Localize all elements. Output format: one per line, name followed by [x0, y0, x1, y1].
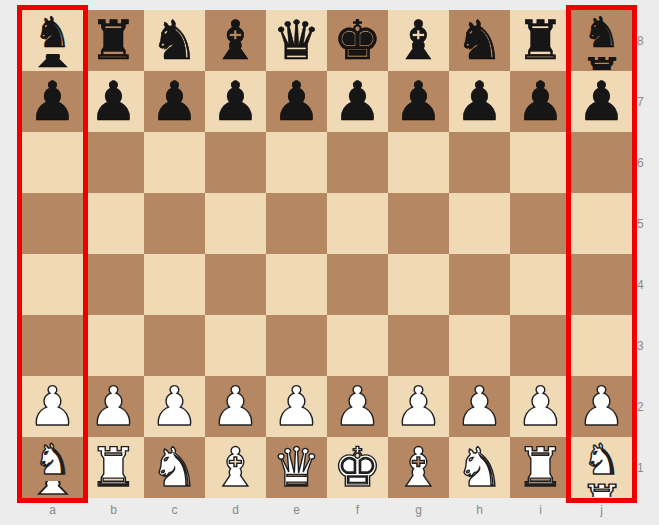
- piece-black-pawn[interactable]: ♟: [510, 71, 571, 132]
- piece-black-pawn[interactable]: ♟: [327, 71, 388, 132]
- knight-head-icon: ♞: [22, 439, 83, 481]
- square-c8[interactable]: ♞: [144, 10, 205, 71]
- piece-white-pawn[interactable]: ♟: [388, 376, 449, 437]
- piece-black-pawn[interactable]: ♟: [266, 71, 327, 132]
- piece-white-pawn[interactable]: ♟: [266, 376, 327, 437]
- square-i3[interactable]: [510, 315, 571, 376]
- file-label-j: j: [571, 501, 632, 519]
- square-j6[interactable]: [571, 132, 632, 193]
- rank-label-5: 5: [637, 193, 657, 254]
- piece-white-knight[interactable]: ♞: [449, 437, 510, 498]
- square-d8[interactable]: ♝: [205, 10, 266, 71]
- pawn-icon: ♟: [455, 380, 503, 434]
- rook-icon: ♜: [516, 441, 564, 495]
- square-c5[interactable]: [144, 193, 205, 254]
- square-j1[interactable]: ♜♞: [571, 437, 632, 498]
- pawn-icon: ♟: [516, 380, 564, 434]
- square-a7[interactable]: ♟: [22, 71, 83, 132]
- piece-white-rook[interactable]: ♜: [510, 437, 571, 498]
- pawn-icon: ♟: [333, 75, 381, 129]
- square-g4[interactable]: [388, 254, 449, 315]
- rank-coordinate-labels: 87654321: [637, 10, 657, 498]
- square-h6[interactable]: [449, 132, 510, 193]
- piece-white-pawn[interactable]: ♟: [449, 376, 510, 437]
- piece-black-knight[interactable]: ♞: [449, 10, 510, 71]
- square-c1[interactable]: ♞: [144, 437, 205, 498]
- square-a1[interactable]: ♝♞: [22, 437, 83, 498]
- square-b3[interactable]: [83, 315, 144, 376]
- pawn-icon: ♟: [150, 75, 198, 129]
- pawn-icon: ♟: [150, 380, 198, 434]
- square-g7[interactable]: ♟: [388, 71, 449, 132]
- piece-black-rook[interactable]: ♜: [510, 10, 571, 71]
- square-g2[interactable]: ♟: [388, 376, 449, 437]
- file-label-a: a: [22, 501, 83, 519]
- square-j3[interactable]: [571, 315, 632, 376]
- square-c7[interactable]: ♟: [144, 71, 205, 132]
- bishop-icon: ♝: [394, 14, 442, 68]
- square-a6[interactable]: [22, 132, 83, 193]
- piece-black-archbishop[interactable]: ♝♞: [22, 10, 83, 71]
- square-b8[interactable]: ♜: [83, 10, 144, 71]
- piece-black-pawn[interactable]: ♟: [449, 71, 510, 132]
- square-e1[interactable]: ♛: [266, 437, 327, 498]
- square-h7[interactable]: ♟: [449, 71, 510, 132]
- piece-black-pawn[interactable]: ♟: [22, 71, 83, 132]
- pawn-icon: ♟: [455, 75, 503, 129]
- file-coordinate-labels: abcdefghij: [22, 501, 632, 519]
- square-a3[interactable]: [22, 315, 83, 376]
- piece-white-pawn[interactable]: ♟: [22, 376, 83, 437]
- square-d7[interactable]: ♟: [205, 71, 266, 132]
- chess-board: ♝♞♜♞♝♛♚♝♞♜♜♞♟♟♟♟♟♟♟♟♟♟♟♟♟♟♟♟♟♟♟♟♝♞♜♞♝♛♚♝…: [22, 10, 632, 498]
- square-f6[interactable]: [327, 132, 388, 193]
- square-e5[interactable]: [266, 193, 327, 254]
- square-i1[interactable]: ♜: [510, 437, 571, 498]
- pawn-icon: ♟: [272, 380, 320, 434]
- square-g3[interactable]: [388, 315, 449, 376]
- square-a5[interactable]: [22, 193, 83, 254]
- square-d3[interactable]: [205, 315, 266, 376]
- pawn-icon: ♟: [577, 380, 625, 434]
- piece-black-pawn[interactable]: ♟: [83, 71, 144, 132]
- square-b7[interactable]: ♟: [83, 71, 144, 132]
- square-d5[interactable]: [205, 193, 266, 254]
- rook-icon: ♜: [89, 441, 137, 495]
- square-c3[interactable]: [144, 315, 205, 376]
- piece-white-pawn[interactable]: ♟: [571, 376, 632, 437]
- square-i2[interactable]: ♟: [510, 376, 571, 437]
- rank-label-2: 2: [637, 376, 657, 437]
- file-label-h: h: [449, 501, 510, 519]
- piece-white-rook[interactable]: ♜: [83, 437, 144, 498]
- knight-icon: ♞: [455, 14, 503, 68]
- square-e7[interactable]: ♟: [266, 71, 327, 132]
- rank-label-1: 1: [637, 437, 657, 498]
- square-i5[interactable]: [510, 193, 571, 254]
- pawn-icon: ♟: [89, 75, 137, 129]
- square-g5[interactable]: [388, 193, 449, 254]
- file-label-g: g: [388, 501, 449, 519]
- square-b4[interactable]: [83, 254, 144, 315]
- rank-label-6: 6: [637, 132, 657, 193]
- square-e2[interactable]: ♟: [266, 376, 327, 437]
- square-h2[interactable]: ♟: [449, 376, 510, 437]
- square-i8[interactable]: ♜: [510, 10, 571, 71]
- piece-black-king[interactable]: ♚: [327, 10, 388, 71]
- square-h8[interactable]: ♞: [449, 10, 510, 71]
- piece-black-rook[interactable]: ♜: [83, 10, 144, 71]
- square-b6[interactable]: [83, 132, 144, 193]
- pawn-icon: ♟: [516, 75, 564, 129]
- piece-black-pawn[interactable]: ♟: [144, 71, 205, 132]
- knight-head-icon: ♞: [571, 439, 632, 481]
- square-e3[interactable]: [266, 315, 327, 376]
- piece-black-pawn[interactable]: ♟: [388, 71, 449, 132]
- piece-black-pawn[interactable]: ♟: [571, 71, 632, 132]
- square-f1[interactable]: ♚: [327, 437, 388, 498]
- file-label-b: b: [83, 501, 144, 519]
- rook-icon: ♜: [89, 14, 137, 68]
- square-f8[interactable]: ♚: [327, 10, 388, 71]
- board-background: ♝♞♜♞♝♛♚♝♞♜♜♞♟♟♟♟♟♟♟♟♟♟♟♟♟♟♟♟♟♟♟♟♝♞♜♞♝♛♚♝…: [0, 0, 659, 525]
- square-g1[interactable]: ♝: [388, 437, 449, 498]
- piece-white-pawn[interactable]: ♟: [327, 376, 388, 437]
- piece-white-bishop[interactable]: ♝: [205, 437, 266, 498]
- rank-label-4: 4: [637, 254, 657, 315]
- pawn-icon: ♟: [272, 75, 320, 129]
- bishop-icon: ♝: [394, 441, 442, 495]
- rank-label-8: 8: [637, 10, 657, 71]
- piece-white-knight[interactable]: ♞: [144, 437, 205, 498]
- pawn-icon: ♟: [211, 380, 259, 434]
- square-a8[interactable]: ♝♞: [22, 10, 83, 71]
- pawn-icon: ♟: [28, 75, 76, 129]
- pawn-icon: ♟: [577, 75, 625, 129]
- square-d6[interactable]: [205, 132, 266, 193]
- square-b5[interactable]: [83, 193, 144, 254]
- square-d4[interactable]: [205, 254, 266, 315]
- piece-black-bishop[interactable]: ♝: [205, 10, 266, 71]
- piece-white-archbishop[interactable]: ♝♞: [22, 437, 83, 498]
- square-f2[interactable]: ♟: [327, 376, 388, 437]
- knight-icon: ♞: [455, 441, 503, 495]
- queen-icon: ♛: [272, 441, 320, 495]
- square-h5[interactable]: [449, 193, 510, 254]
- king-icon: ♚: [333, 14, 381, 68]
- square-j8[interactable]: ♜♞: [571, 10, 632, 71]
- pawn-icon: ♟: [89, 380, 137, 434]
- square-e6[interactable]: [266, 132, 327, 193]
- square-j7[interactable]: ♟: [571, 71, 632, 132]
- square-d1[interactable]: ♝: [205, 437, 266, 498]
- knight-icon: ♞: [150, 441, 198, 495]
- pawn-icon: ♟: [394, 75, 442, 129]
- square-j5[interactable]: [571, 193, 632, 254]
- rook-icon: ♜: [516, 14, 564, 68]
- piece-black-knight[interactable]: ♞: [144, 10, 205, 71]
- square-b1[interactable]: ♜: [83, 437, 144, 498]
- pawn-icon: ♟: [333, 380, 381, 434]
- square-c2[interactable]: ♟: [144, 376, 205, 437]
- file-label-c: c: [144, 501, 205, 519]
- square-e8[interactable]: ♛: [266, 10, 327, 71]
- square-f7[interactable]: ♟: [327, 71, 388, 132]
- piece-white-queen[interactable]: ♛: [266, 437, 327, 498]
- square-g8[interactable]: ♝: [388, 10, 449, 71]
- square-i6[interactable]: [510, 132, 571, 193]
- square-f5[interactable]: [327, 193, 388, 254]
- square-j4[interactable]: [571, 254, 632, 315]
- square-c4[interactable]: [144, 254, 205, 315]
- file-label-f: f: [327, 501, 388, 519]
- piece-white-pawn[interactable]: ♟: [83, 376, 144, 437]
- square-h1[interactable]: ♞: [449, 437, 510, 498]
- piece-white-king[interactable]: ♚: [327, 437, 388, 498]
- square-d2[interactable]: ♟: [205, 376, 266, 437]
- piece-black-queen[interactable]: ♛: [266, 10, 327, 71]
- piece-white-pawn[interactable]: ♟: [144, 376, 205, 437]
- square-e4[interactable]: [266, 254, 327, 315]
- bishop-icon: ♝: [211, 14, 259, 68]
- square-i7[interactable]: ♟: [510, 71, 571, 132]
- knight-icon: ♞: [150, 14, 198, 68]
- piece-white-bishop[interactable]: ♝: [388, 437, 449, 498]
- piece-white-pawn[interactable]: ♟: [510, 376, 571, 437]
- square-h3[interactable]: [449, 315, 510, 376]
- king-icon: ♚: [333, 441, 381, 495]
- square-b2[interactable]: ♟: [83, 376, 144, 437]
- bishop-icon: ♝: [211, 441, 259, 495]
- piece-black-pawn[interactable]: ♟: [205, 71, 266, 132]
- rank-label-3: 3: [637, 315, 657, 376]
- piece-white-chancellor[interactable]: ♜♞: [571, 437, 632, 498]
- file-label-d: d: [205, 501, 266, 519]
- rank-label-7: 7: [637, 71, 657, 132]
- pawn-icon: ♟: [394, 380, 442, 434]
- square-a4[interactable]: [22, 254, 83, 315]
- square-f3[interactable]: [327, 315, 388, 376]
- pawn-icon: ♟: [28, 380, 76, 434]
- piece-white-pawn[interactable]: ♟: [205, 376, 266, 437]
- square-i4[interactable]: [510, 254, 571, 315]
- square-j2[interactable]: ♟: [571, 376, 632, 437]
- square-h4[interactable]: [449, 254, 510, 315]
- file-label-e: e: [266, 501, 327, 519]
- file-label-i: i: [510, 501, 571, 519]
- square-c6[interactable]: [144, 132, 205, 193]
- knight-head-icon: ♞: [22, 12, 83, 54]
- pawn-icon: ♟: [211, 75, 259, 129]
- queen-icon: ♛: [272, 14, 320, 68]
- piece-black-bishop[interactable]: ♝: [388, 10, 449, 71]
- square-f4[interactable]: [327, 254, 388, 315]
- square-a2[interactable]: ♟: [22, 376, 83, 437]
- knight-head-icon: ♞: [571, 12, 632, 54]
- square-g6[interactable]: [388, 132, 449, 193]
- piece-black-chancellor[interactable]: ♜♞: [571, 10, 632, 71]
